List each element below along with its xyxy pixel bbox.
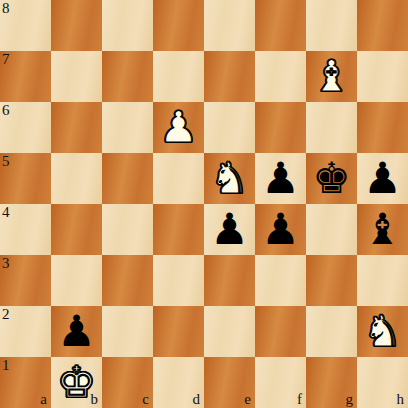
- square-f7[interactable]: [255, 51, 306, 102]
- file-label-c: c: [142, 392, 149, 407]
- square-d4[interactable]: [153, 204, 204, 255]
- square-a6[interactable]: 6: [0, 102, 51, 153]
- rank-label-1: 1: [2, 358, 10, 373]
- square-g8[interactable]: [306, 0, 357, 51]
- square-c5[interactable]: [102, 153, 153, 204]
- square-c4[interactable]: [102, 204, 153, 255]
- piece-black-pawn[interactable]: ♟: [57, 306, 96, 357]
- square-e5[interactable]: ♞: [204, 153, 255, 204]
- file-label-d: d: [193, 392, 201, 407]
- piece-white-pawn[interactable]: ♟: [159, 102, 198, 153]
- square-g2[interactable]: [306, 306, 357, 357]
- chess-board: 87♝6♟5♞♟♚♟4♟♟♝32♟♞1ab♚cdefgh: [0, 0, 408, 408]
- rank-label-7: 7: [2, 52, 10, 67]
- square-e7[interactable]: [204, 51, 255, 102]
- square-a5[interactable]: 5: [0, 153, 51, 204]
- piece-black-pawn[interactable]: ♟: [261, 153, 300, 204]
- piece-black-pawn[interactable]: ♟: [363, 153, 402, 204]
- square-e8[interactable]: [204, 0, 255, 51]
- square-d1[interactable]: d: [153, 357, 204, 408]
- square-e2[interactable]: [204, 306, 255, 357]
- piece-black-pawn[interactable]: ♟: [261, 204, 300, 255]
- square-h7[interactable]: [357, 51, 408, 102]
- square-h4[interactable]: ♝: [357, 204, 408, 255]
- square-a3[interactable]: 3: [0, 255, 51, 306]
- square-h5[interactable]: ♟: [357, 153, 408, 204]
- square-b3[interactable]: [51, 255, 102, 306]
- square-f3[interactable]: [255, 255, 306, 306]
- square-e3[interactable]: [204, 255, 255, 306]
- file-label-a: a: [40, 392, 47, 407]
- square-c2[interactable]: [102, 306, 153, 357]
- square-g4[interactable]: [306, 204, 357, 255]
- square-b2[interactable]: ♟: [51, 306, 102, 357]
- square-f8[interactable]: [255, 0, 306, 51]
- file-label-f: f: [297, 392, 302, 407]
- square-f2[interactable]: [255, 306, 306, 357]
- square-h3[interactable]: [357, 255, 408, 306]
- square-f1[interactable]: f: [255, 357, 306, 408]
- square-e1[interactable]: e: [204, 357, 255, 408]
- square-d6[interactable]: ♟: [153, 102, 204, 153]
- rank-label-8: 8: [2, 1, 10, 16]
- piece-white-knight[interactable]: ♞: [363, 306, 402, 357]
- square-e4[interactable]: ♟: [204, 204, 255, 255]
- square-b6[interactable]: [51, 102, 102, 153]
- rank-label-4: 4: [2, 205, 10, 220]
- square-f6[interactable]: [255, 102, 306, 153]
- square-b4[interactable]: [51, 204, 102, 255]
- square-g3[interactable]: [306, 255, 357, 306]
- rank-label-6: 6: [2, 103, 10, 118]
- square-c3[interactable]: [102, 255, 153, 306]
- piece-black-pawn[interactable]: ♟: [210, 204, 249, 255]
- square-h6[interactable]: [357, 102, 408, 153]
- rank-label-5: 5: [2, 154, 10, 169]
- piece-black-bishop[interactable]: ♝: [363, 204, 402, 255]
- square-b8[interactable]: [51, 0, 102, 51]
- piece-white-knight[interactable]: ♞: [210, 153, 249, 204]
- square-b5[interactable]: [51, 153, 102, 204]
- square-d5[interactable]: [153, 153, 204, 204]
- square-a4[interactable]: 4: [0, 204, 51, 255]
- square-d7[interactable]: [153, 51, 204, 102]
- rank-label-3: 3: [2, 256, 10, 271]
- square-g1[interactable]: g: [306, 357, 357, 408]
- file-label-g: g: [346, 392, 354, 407]
- file-label-e: e: [244, 392, 251, 407]
- rank-label-2: 2: [2, 307, 10, 322]
- square-h1[interactable]: h: [357, 357, 408, 408]
- square-f4[interactable]: ♟: [255, 204, 306, 255]
- square-c1[interactable]: c: [102, 357, 153, 408]
- square-g5[interactable]: ♚: [306, 153, 357, 204]
- piece-black-king[interactable]: ♚: [312, 153, 351, 204]
- square-e6[interactable]: [204, 102, 255, 153]
- piece-white-bishop[interactable]: ♝: [312, 51, 351, 102]
- square-a8[interactable]: 8: [0, 0, 51, 51]
- square-c6[interactable]: [102, 102, 153, 153]
- square-b7[interactable]: [51, 51, 102, 102]
- square-g6[interactable]: [306, 102, 357, 153]
- square-g7[interactable]: ♝: [306, 51, 357, 102]
- square-b1[interactable]: b♚: [51, 357, 102, 408]
- square-c8[interactable]: [102, 0, 153, 51]
- file-label-h: h: [397, 392, 405, 407]
- square-a2[interactable]: 2: [0, 306, 51, 357]
- square-d3[interactable]: [153, 255, 204, 306]
- square-d2[interactable]: [153, 306, 204, 357]
- square-a7[interactable]: 7: [0, 51, 51, 102]
- piece-white-king[interactable]: ♚: [57, 357, 96, 408]
- square-a1[interactable]: 1a: [0, 357, 51, 408]
- square-d8[interactable]: [153, 0, 204, 51]
- square-h8[interactable]: [357, 0, 408, 51]
- square-c7[interactable]: [102, 51, 153, 102]
- square-h2[interactable]: ♞: [357, 306, 408, 357]
- square-f5[interactable]: ♟: [255, 153, 306, 204]
